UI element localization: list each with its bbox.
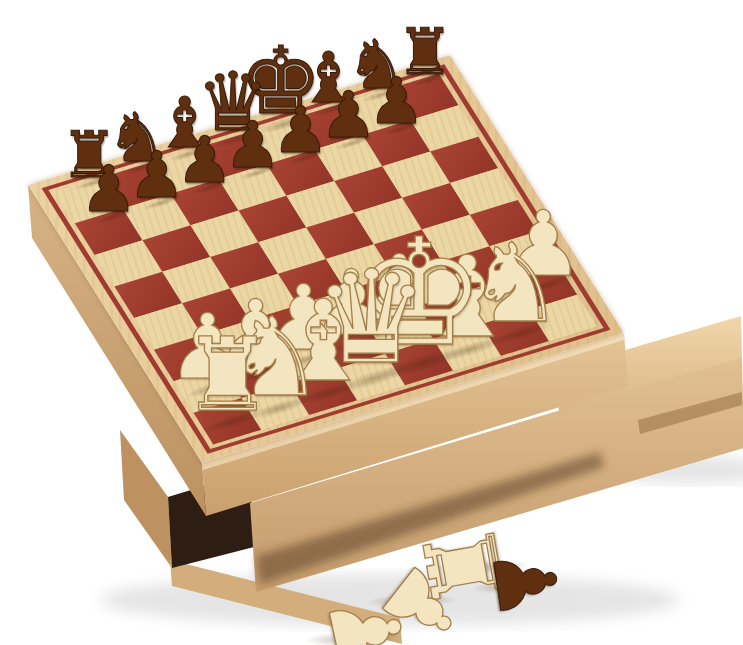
pawn-glyph: ♟: [479, 540, 570, 624]
pawn-glyph: ♟: [80, 157, 137, 221]
loose-black-pawn[interactable]: ♟: [479, 540, 570, 624]
rook-glyph: ♜: [182, 324, 273, 426]
base-left-face: [120, 430, 172, 568]
piece-white-rook-a1[interactable]: ♜: [182, 324, 273, 426]
piece-black-pawn-a7[interactable]: ♟: [80, 157, 137, 221]
product-photo-stage: ♜♞♝♛♚♝♞♜♟♟♟♟♟♟♟♟♟♟♟♟♟♜♞♝♛♚♝♞♟♟♜♟: [0, 0, 743, 645]
